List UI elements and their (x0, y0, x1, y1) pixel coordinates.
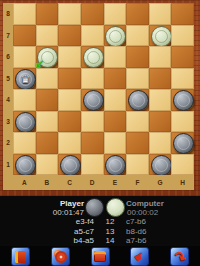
file-label-h: H (171, 175, 194, 190)
square-d1[interactable] (81, 154, 104, 176)
file-label-d: D (81, 175, 104, 190)
player-label: Player (40, 199, 84, 208)
square-c2[interactable] (58, 132, 81, 154)
square-a4[interactable] (13, 89, 36, 111)
square-a6[interactable] (13, 46, 36, 68)
move-list: e3-f412c7-b6a5-c713b8-d6b4-a514a7-b6 (30, 217, 180, 246)
rank-label-4: 4 (3, 89, 13, 111)
square-h5[interactable] (171, 68, 194, 90)
player-move: e3-f4 (30, 217, 98, 227)
square-d7[interactable] (81, 25, 104, 47)
square-f5[interactable] (126, 68, 149, 90)
computer-label: Computer (126, 199, 164, 208)
square-a1[interactable] (13, 154, 36, 176)
square-h1[interactable] (171, 154, 194, 176)
square-h4[interactable] (171, 89, 194, 111)
file-label-b: B (36, 175, 59, 190)
square-f1[interactable] (126, 154, 149, 176)
square-f6[interactable] (126, 46, 149, 68)
ring-icon (55, 251, 67, 263)
move-number: 12 (98, 217, 122, 227)
square-c8[interactable] (58, 3, 81, 25)
square-c1[interactable] (58, 154, 81, 176)
move-number: 14 (98, 236, 122, 246)
pieces-button[interactable] (51, 247, 70, 266)
list-icon (15, 251, 26, 263)
rank-labels: 87654321 (3, 3, 13, 175)
square-a3[interactable] (13, 111, 36, 133)
square-c4[interactable] (58, 89, 81, 111)
square-b8[interactable] (36, 3, 59, 25)
white-man-d6[interactable] (83, 47, 104, 68)
square-h2[interactable] (171, 132, 194, 154)
rank-label-2: 2 (3, 132, 13, 154)
player-clock: 00:01:47 (36, 208, 84, 217)
file-label-c: C (58, 175, 81, 190)
last-move-arrow-icon: ↙ (35, 57, 44, 70)
square-d3[interactable] (81, 111, 104, 133)
square-e7[interactable] (104, 25, 127, 47)
moves-list-button[interactable] (11, 247, 30, 266)
rank-label-6: 6 (3, 46, 13, 68)
square-h3[interactable] (171, 111, 194, 133)
square-b2[interactable] (36, 132, 59, 154)
rank-label-3: 3 (3, 111, 13, 133)
square-g4[interactable] (149, 89, 172, 111)
square-f4[interactable] (126, 89, 149, 111)
computer-color-disc (106, 198, 125, 217)
square-c6[interactable] (58, 46, 81, 68)
square-e5[interactable] (104, 68, 127, 90)
computer-clock: 00:00:02 (127, 208, 158, 217)
file-label-e: E (104, 175, 127, 190)
file-label-f: F (126, 175, 149, 190)
black-man-h2[interactable] (173, 133, 194, 154)
undo-icon: ↷ (171, 248, 188, 266)
rank-label-5: 5 (3, 68, 13, 90)
computer-move: a7-b6 (122, 236, 180, 246)
square-b1[interactable] (36, 154, 59, 176)
black-man-c1[interactable] (60, 155, 81, 176)
square-g5[interactable] (149, 68, 172, 90)
square-h7[interactable] (171, 25, 194, 47)
square-c7[interactable] (58, 25, 81, 47)
computer-move: b8-d6 (122, 227, 180, 237)
square-g2[interactable] (149, 132, 172, 154)
square-c5[interactable] (58, 68, 81, 90)
square-b3[interactable] (36, 111, 59, 133)
square-d6[interactable] (81, 46, 104, 68)
rank-label-8: 8 (3, 3, 13, 25)
coord-corner (3, 175, 13, 190)
square-f7[interactable] (126, 25, 149, 47)
square-d4[interactable] (81, 89, 104, 111)
square-d8[interactable] (81, 3, 104, 25)
black-man-e1[interactable] (105, 155, 126, 176)
undo-button[interactable]: ↷ (170, 247, 189, 266)
toolbar: ☛ ↷ (0, 246, 200, 266)
square-g1[interactable] (149, 154, 172, 176)
square-c3[interactable] (58, 111, 81, 133)
square-e4[interactable] (104, 89, 127, 111)
rank-label-7: 7 (3, 25, 13, 47)
player-color-disc (85, 198, 104, 217)
square-e6[interactable] (104, 46, 127, 68)
black-man-d4[interactable] (83, 90, 104, 111)
hand-icon: ☛ (132, 248, 148, 264)
black-man-a1[interactable] (15, 155, 36, 176)
player-move: a5-c7 (30, 227, 98, 237)
board-icon (94, 251, 106, 262)
player-move: b4-a5 (30, 236, 98, 246)
square-b7[interactable] (36, 25, 59, 47)
black-king-a5[interactable]: ♛ (15, 69, 36, 90)
file-labels: ABCDEFGH (13, 175, 194, 190)
pieces-icon (54, 250, 67, 263)
file-label-g: G (149, 175, 172, 190)
white-man-g7[interactable] (151, 26, 172, 47)
black-man-a3[interactable] (15, 112, 36, 133)
square-h8[interactable] (171, 3, 194, 25)
square-e2[interactable] (104, 132, 127, 154)
square-f8[interactable] (126, 3, 149, 25)
info-panel: Player Computer 00:01:47 00:00:02 e3-f41… (0, 196, 200, 246)
square-g7[interactable] (149, 25, 172, 47)
white-man-e7[interactable] (105, 26, 126, 47)
checkers-app-screen: 87654321 ↙♛ ABCDEFGH Player Computer 00:… (0, 0, 200, 266)
black-man-f4[interactable] (128, 90, 149, 111)
square-b4[interactable] (36, 89, 59, 111)
black-man-g1[interactable] (151, 155, 172, 176)
square-d2[interactable] (81, 132, 104, 154)
square-e3[interactable] (104, 111, 127, 133)
square-e8[interactable] (104, 3, 127, 25)
square-h6[interactable] (171, 46, 194, 68)
black-man-h4[interactable] (173, 90, 194, 111)
square-a8[interactable] (13, 3, 36, 25)
square-b5[interactable] (36, 68, 59, 90)
rank-label-1: 1 (3, 154, 13, 176)
computer-move: c7-b6 (122, 217, 180, 227)
square-f2[interactable] (126, 132, 149, 154)
square-g8[interactable] (149, 3, 172, 25)
board-button[interactable] (91, 247, 110, 266)
square-g6[interactable] (149, 46, 172, 68)
square-a7[interactable] (13, 25, 36, 47)
checkers-board[interactable]: ↙♛ (13, 3, 194, 175)
square-d5[interactable] (81, 68, 104, 90)
square-f3[interactable] (126, 111, 149, 133)
hint-button[interactable]: ☛ (130, 247, 149, 266)
square-b6[interactable]: ↙ (36, 46, 59, 68)
move-number: 13 (98, 227, 122, 237)
square-e1[interactable] (104, 154, 127, 176)
square-a5[interactable]: ♛ (13, 68, 36, 90)
square-a2[interactable] (13, 132, 36, 154)
square-g3[interactable] (149, 111, 172, 133)
file-label-a: A (13, 175, 36, 190)
